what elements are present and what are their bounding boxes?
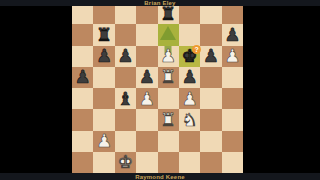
- best-move-arrow-head: [160, 26, 176, 40]
- top-player-name: Brian Eley: [144, 0, 175, 6]
- black-pawn[interactable]: ♟: [203, 47, 219, 65]
- square-f3[interactable]: ♞: [179, 109, 200, 130]
- white-rook[interactable]: ♜: [160, 68, 176, 86]
- square-d5[interactable]: ♟: [136, 67, 157, 88]
- square-e1[interactable]: [158, 152, 179, 173]
- square-c2[interactable]: [115, 131, 136, 152]
- square-a7[interactable]: [72, 24, 93, 45]
- square-f2[interactable]: [179, 131, 200, 152]
- square-a6[interactable]: [72, 46, 93, 67]
- square-a3[interactable]: [72, 109, 93, 130]
- square-c8[interactable]: [115, 3, 136, 24]
- square-e7[interactable]: [158, 24, 179, 45]
- square-a2[interactable]: [72, 131, 93, 152]
- square-c3[interactable]: [115, 109, 136, 130]
- black-pawn[interactable]: ♟: [139, 68, 155, 86]
- square-h3[interactable]: [222, 109, 243, 130]
- top-player-bar: Brian Eley: [0, 0, 320, 6]
- white-knight[interactable]: ♞: [181, 111, 197, 129]
- square-g3[interactable]: [200, 109, 221, 130]
- square-e6[interactable]: ♟: [158, 46, 179, 67]
- white-pawn[interactable]: ♟: [224, 47, 240, 65]
- square-e5[interactable]: ♜: [158, 67, 179, 88]
- square-e8[interactable]: ♜: [158, 3, 179, 24]
- square-d7[interactable]: [136, 24, 157, 45]
- square-h5[interactable]: [222, 67, 243, 88]
- square-b1[interactable]: [93, 152, 114, 173]
- square-b6[interactable]: ♟: [93, 46, 114, 67]
- square-b5[interactable]: [93, 67, 114, 88]
- square-f6[interactable]: ♚?: [179, 46, 200, 67]
- square-b2[interactable]: ♟: [93, 131, 114, 152]
- square-g4[interactable]: [200, 88, 221, 109]
- square-h7[interactable]: ♟: [222, 24, 243, 45]
- square-c1[interactable]: ♚: [115, 152, 136, 173]
- square-b3[interactable]: [93, 109, 114, 130]
- square-f8[interactable]: [179, 3, 200, 24]
- white-king[interactable]: ♚: [117, 153, 133, 171]
- square-b7[interactable]: ♜: [93, 24, 114, 45]
- square-h8[interactable]: [222, 3, 243, 24]
- square-a5[interactable]: ♟: [72, 67, 93, 88]
- black-pawn[interactable]: ♟: [117, 47, 133, 65]
- mistake-badge: ?: [192, 45, 201, 54]
- black-pawn[interactable]: ♟: [224, 26, 240, 44]
- black-bishop[interactable]: ♝: [117, 90, 133, 108]
- square-f1[interactable]: [179, 152, 200, 173]
- square-c6[interactable]: ♟: [115, 46, 136, 67]
- black-pawn[interactable]: ♟: [75, 68, 91, 86]
- black-rook[interactable]: ♜: [160, 5, 176, 23]
- square-e2[interactable]: [158, 131, 179, 152]
- square-g1[interactable]: [200, 152, 221, 173]
- square-d4[interactable]: ♟: [136, 88, 157, 109]
- square-d2[interactable]: [136, 131, 157, 152]
- square-h6[interactable]: ♟: [222, 46, 243, 67]
- black-rook[interactable]: ♜: [96, 26, 112, 44]
- square-h2[interactable]: [222, 131, 243, 152]
- square-e3[interactable]: ♜: [158, 109, 179, 130]
- white-rook[interactable]: ♜: [160, 111, 176, 129]
- square-d8[interactable]: [136, 3, 157, 24]
- square-e4[interactable]: [158, 88, 179, 109]
- white-pawn[interactable]: ♟: [181, 90, 197, 108]
- square-b8[interactable]: [93, 3, 114, 24]
- square-b4[interactable]: [93, 88, 114, 109]
- square-a8[interactable]: [72, 3, 93, 24]
- square-g7[interactable]: [200, 24, 221, 45]
- square-c5[interactable]: [115, 67, 136, 88]
- white-pawn[interactable]: ♟: [139, 90, 155, 108]
- square-g2[interactable]: [200, 131, 221, 152]
- bottom-player-name: Raymond Keene: [135, 174, 185, 180]
- square-c7[interactable]: [115, 24, 136, 45]
- square-g5[interactable]: [200, 67, 221, 88]
- square-d1[interactable]: [136, 152, 157, 173]
- black-pawn[interactable]: ♟: [181, 68, 197, 86]
- bottom-player-bar: Raymond Keene: [0, 173, 320, 180]
- square-d3[interactable]: [136, 109, 157, 130]
- square-g8[interactable]: [200, 3, 221, 24]
- square-f5[interactable]: ♟: [179, 67, 200, 88]
- square-f4[interactable]: ♟: [179, 88, 200, 109]
- square-h4[interactable]: [222, 88, 243, 109]
- white-pawn[interactable]: ♟: [160, 47, 176, 65]
- square-d6[interactable]: [136, 46, 157, 67]
- chess-board: ♜♜♟♟♟♟♚?♟♟♟♟♜♟♝♟♟♜♞♟♚: [72, 3, 243, 173]
- square-h1[interactable]: [222, 152, 243, 173]
- square-a1[interactable]: [72, 152, 93, 173]
- white-pawn[interactable]: ♟: [96, 132, 112, 150]
- square-c4[interactable]: ♝: [115, 88, 136, 109]
- black-pawn[interactable]: ♟: [96, 47, 112, 65]
- square-f7[interactable]: [179, 24, 200, 45]
- square-a4[interactable]: [72, 88, 93, 109]
- square-g6[interactable]: ♟: [200, 46, 221, 67]
